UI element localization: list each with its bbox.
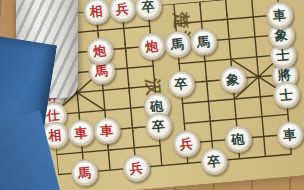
black-soldier[interactable]: 卒: [133, 0, 162, 21]
black-chariot[interactable]: 車: [275, 120, 304, 149]
red-soldier[interactable]: 兵: [121, 153, 150, 182]
red-cannon[interactable]: 炮: [137, 31, 166, 60]
red-chariot[interactable]: 車: [66, 118, 95, 147]
black-horse[interactable]: 馬: [189, 27, 218, 56]
black-elephant[interactable]: 象: [218, 64, 247, 93]
red-soldier[interactable]: 兵: [107, 0, 136, 23]
red-soldier[interactable]: 兵: [171, 129, 200, 158]
black-soldier[interactable]: 卒: [199, 146, 228, 175]
photo-scene: 楚河 汉界 帥仕仕相相馬馬炮炮車車兵兵兵將士士象象馬馬砲砲車車卒卒卒卒: [0, 0, 304, 190]
red-elephant[interactable]: 相: [82, 0, 111, 25]
black-soldier[interactable]: 卒: [166, 69, 195, 98]
red-chariot[interactable]: 車: [92, 116, 121, 145]
black-cannon[interactable]: 砲: [223, 124, 252, 153]
black-horse[interactable]: 馬: [163, 29, 192, 58]
red-horse[interactable]: 馬: [70, 158, 99, 187]
